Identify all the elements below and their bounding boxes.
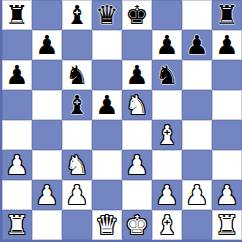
- square-b2[interactable]: ♟: [32, 180, 62, 210]
- piece-white-queen[interactable]: ♛: [95, 210, 118, 240]
- square-d3[interactable]: [92, 150, 122, 180]
- piece-white-knight[interactable]: ♞: [125, 90, 148, 120]
- square-c4[interactable]: [62, 120, 92, 150]
- piece-white-king[interactable]: ♚: [125, 210, 148, 240]
- square-b4[interactable]: [32, 120, 62, 150]
- square-e3[interactable]: ♟: [122, 150, 152, 180]
- piece-white-pawn[interactable]: ♟: [155, 180, 178, 210]
- piece-black-queen[interactable]: ♛: [95, 0, 118, 30]
- square-e1[interactable]: ♚: [122, 210, 152, 240]
- square-a5[interactable]: [2, 90, 32, 120]
- square-f2[interactable]: ♟: [152, 180, 182, 210]
- square-h1[interactable]: ♜: [212, 210, 242, 240]
- square-e8[interactable]: ♚: [122, 0, 152, 30]
- chess-board: ♜♝♛♚♜♟♟♟♟♟♞♟♞♝♟♞♝♟♞♟♟♟♟♟♟♜♛♚♝♜: [0, 0, 242, 242]
- piece-white-pawn[interactable]: ♟: [5, 150, 28, 180]
- square-b7[interactable]: ♟: [32, 30, 62, 60]
- piece-black-knight[interactable]: ♞: [65, 60, 88, 90]
- square-c6[interactable]: ♞: [62, 60, 92, 90]
- square-f8[interactable]: [152, 0, 182, 30]
- square-b3[interactable]: [32, 150, 62, 180]
- chess-board-container: ♜♝♛♚♜♟♟♟♟♟♞♟♞♝♟♞♝♟♞♟♟♟♟♟♟♜♛♚♝♜: [0, 0, 242, 242]
- piece-white-bishop[interactable]: ♝: [155, 210, 178, 240]
- square-d1[interactable]: ♛: [92, 210, 122, 240]
- square-e4[interactable]: [122, 120, 152, 150]
- piece-white-rook[interactable]: ♜: [5, 210, 28, 240]
- piece-white-bishop[interactable]: ♝: [155, 120, 178, 150]
- square-a7[interactable]: [2, 30, 32, 60]
- square-a2[interactable]: [2, 180, 32, 210]
- square-g3[interactable]: [182, 150, 212, 180]
- square-a8[interactable]: ♜: [2, 0, 32, 30]
- square-h3[interactable]: [212, 150, 242, 180]
- square-g2[interactable]: ♟: [182, 180, 212, 210]
- square-c1[interactable]: [62, 210, 92, 240]
- piece-white-pawn[interactable]: ♟: [35, 180, 58, 210]
- piece-white-pawn[interactable]: ♟: [65, 180, 88, 210]
- piece-black-bishop[interactable]: ♝: [65, 0, 88, 30]
- square-a3[interactable]: ♟: [2, 150, 32, 180]
- square-g4[interactable]: [182, 120, 212, 150]
- square-a1[interactable]: ♜: [2, 210, 32, 240]
- piece-black-rook[interactable]: ♜: [5, 0, 28, 30]
- piece-black-pawn[interactable]: ♟: [125, 60, 148, 90]
- piece-black-pawn[interactable]: ♟: [5, 60, 28, 90]
- square-c5[interactable]: ♝: [62, 90, 92, 120]
- square-g1[interactable]: [182, 210, 212, 240]
- square-e2[interactable]: [122, 180, 152, 210]
- square-d6[interactable]: [92, 60, 122, 90]
- piece-black-rook[interactable]: ♜: [215, 0, 238, 30]
- piece-black-knight[interactable]: ♞: [155, 60, 178, 90]
- piece-white-knight[interactable]: ♞: [65, 150, 88, 180]
- square-b5[interactable]: [32, 90, 62, 120]
- piece-black-bishop[interactable]: ♝: [65, 90, 88, 120]
- square-h4[interactable]: [212, 120, 242, 150]
- square-d8[interactable]: ♛: [92, 0, 122, 30]
- square-d7[interactable]: [92, 30, 122, 60]
- square-h7[interactable]: ♟: [212, 30, 242, 60]
- square-h2[interactable]: ♟: [212, 180, 242, 210]
- piece-black-pawn[interactable]: ♟: [155, 30, 178, 60]
- square-g5[interactable]: [182, 90, 212, 120]
- square-b1[interactable]: [32, 210, 62, 240]
- square-e5[interactable]: ♞: [122, 90, 152, 120]
- piece-black-pawn[interactable]: ♟: [185, 30, 208, 60]
- square-b6[interactable]: [32, 60, 62, 90]
- piece-white-pawn[interactable]: ♟: [125, 150, 148, 180]
- square-c2[interactable]: ♟: [62, 180, 92, 210]
- square-c8[interactable]: ♝: [62, 0, 92, 30]
- square-d2[interactable]: [92, 180, 122, 210]
- piece-white-pawn[interactable]: ♟: [215, 180, 238, 210]
- square-f5[interactable]: [152, 90, 182, 120]
- piece-black-pawn[interactable]: ♟: [95, 90, 118, 120]
- piece-black-pawn[interactable]: ♟: [215, 30, 238, 60]
- square-e7[interactable]: [122, 30, 152, 60]
- piece-white-pawn[interactable]: ♟: [185, 180, 208, 210]
- square-f1[interactable]: ♝: [152, 210, 182, 240]
- square-f6[interactable]: ♞: [152, 60, 182, 90]
- square-g8[interactable]: [182, 0, 212, 30]
- square-h8[interactable]: ♜: [212, 0, 242, 30]
- square-a4[interactable]: [2, 120, 32, 150]
- piece-black-king[interactable]: ♚: [125, 0, 148, 30]
- square-g7[interactable]: ♟: [182, 30, 212, 60]
- square-f4[interactable]: ♝: [152, 120, 182, 150]
- square-e6[interactable]: ♟: [122, 60, 152, 90]
- square-c7[interactable]: [62, 30, 92, 60]
- square-g6[interactable]: [182, 60, 212, 90]
- square-h6[interactable]: [212, 60, 242, 90]
- piece-black-pawn[interactable]: ♟: [35, 30, 58, 60]
- square-f7[interactable]: ♟: [152, 30, 182, 60]
- square-h5[interactable]: [212, 90, 242, 120]
- square-c3[interactable]: ♞: [62, 150, 92, 180]
- square-b8[interactable]: [32, 0, 62, 30]
- square-f3[interactable]: [152, 150, 182, 180]
- square-d4[interactable]: [92, 120, 122, 150]
- square-d5[interactable]: ♟: [92, 90, 122, 120]
- square-a6[interactable]: ♟: [2, 60, 32, 90]
- piece-white-rook[interactable]: ♜: [215, 210, 238, 240]
